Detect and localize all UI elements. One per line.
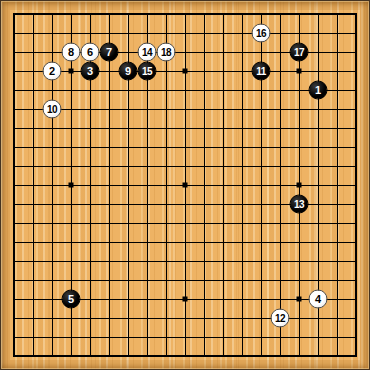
grid-cell[interactable] <box>34 186 53 205</box>
grid-cell[interactable] <box>338 15 355 34</box>
move-number: 2 <box>49 66 55 77</box>
stone-white-12: 12 <box>271 309 290 328</box>
grid-cell[interactable] <box>262 338 281 355</box>
move-number: 16 <box>256 28 266 38</box>
grid-cell[interactable] <box>319 224 338 243</box>
grid-cell[interactable] <box>243 243 262 262</box>
grid-cell[interactable] <box>281 72 300 91</box>
grid-cell[interactable] <box>243 129 262 148</box>
grid-cell[interactable] <box>34 205 53 224</box>
grid-cell[interactable] <box>243 300 262 319</box>
grid-cell[interactable] <box>186 338 205 355</box>
star-point <box>183 69 188 74</box>
grid-cell[interactable] <box>224 262 243 281</box>
grid-cell[interactable] <box>167 110 186 129</box>
grid-cell[interactable] <box>205 300 224 319</box>
grid-cell[interactable] <box>319 53 338 72</box>
grid-cell[interactable] <box>34 224 53 243</box>
grid-cell[interactable] <box>15 224 34 243</box>
grid-cell[interactable] <box>224 224 243 243</box>
grid-cell[interactable] <box>15 15 34 34</box>
grid-cell[interactable] <box>186 281 205 300</box>
grid-cell[interactable] <box>15 186 34 205</box>
grid-cell[interactable] <box>205 186 224 205</box>
grid-cell[interactable] <box>262 91 281 110</box>
grid-cell[interactable] <box>91 91 110 110</box>
grid-cell[interactable] <box>110 110 129 129</box>
grid-cell[interactable] <box>262 129 281 148</box>
grid-cell[interactable] <box>186 34 205 53</box>
grid-cell[interactable] <box>224 72 243 91</box>
grid-cell[interactable] <box>167 224 186 243</box>
grid-cell[interactable] <box>205 53 224 72</box>
grid-cell[interactable] <box>34 167 53 186</box>
grid-cell[interactable] <box>72 224 91 243</box>
grid-cell[interactable] <box>243 262 262 281</box>
grid-cell[interactable] <box>243 186 262 205</box>
grid-cell[interactable] <box>224 338 243 355</box>
grid-cell[interactable] <box>129 281 148 300</box>
grid-cell[interactable] <box>53 205 72 224</box>
stone-white-2: 2 <box>43 62 62 81</box>
grid-cell[interactable] <box>186 53 205 72</box>
grid-cell[interactable] <box>300 15 319 34</box>
grid-cell[interactable] <box>338 243 355 262</box>
stone-black-9: 9 <box>119 62 138 81</box>
grid-cell[interactable] <box>338 224 355 243</box>
grid-cell[interactable] <box>262 262 281 281</box>
grid-cell[interactable] <box>148 224 167 243</box>
grid-cell[interactable] <box>15 300 34 319</box>
grid-cell[interactable] <box>72 15 91 34</box>
grid-cell[interactable] <box>186 243 205 262</box>
grid-cell[interactable] <box>91 15 110 34</box>
grid-cell[interactable] <box>110 15 129 34</box>
grid-cell[interactable] <box>262 281 281 300</box>
grid-cell[interactable] <box>15 34 34 53</box>
grid-cell[interactable] <box>148 129 167 148</box>
grid-cell[interactable] <box>319 110 338 129</box>
grid-cell[interactable] <box>186 148 205 167</box>
grid-cell[interactable] <box>110 91 129 110</box>
grid-cell[interactable] <box>224 281 243 300</box>
grid-cell[interactable] <box>72 205 91 224</box>
grid-cell[interactable] <box>110 300 129 319</box>
grid-cell[interactable] <box>338 53 355 72</box>
grid-cell[interactable] <box>338 262 355 281</box>
grid-cell[interactable] <box>72 262 91 281</box>
move-number: 15 <box>142 66 152 76</box>
move-number: 4 <box>315 294 321 305</box>
grid-cell[interactable] <box>110 167 129 186</box>
grid-cell[interactable] <box>186 167 205 186</box>
grid-cell[interactable] <box>319 15 338 34</box>
grid-cell[interactable] <box>281 129 300 148</box>
grid-cell[interactable] <box>319 167 338 186</box>
star-point <box>297 183 302 188</box>
grid-cell[interactable] <box>167 129 186 148</box>
grid-cell[interactable] <box>300 167 319 186</box>
grid-cell[interactable] <box>15 338 34 355</box>
grid-cell[interactable] <box>281 338 300 355</box>
grid-cell[interactable] <box>34 262 53 281</box>
grid-cell[interactable] <box>34 15 53 34</box>
grid-cell[interactable] <box>262 186 281 205</box>
grid-cell[interactable] <box>129 186 148 205</box>
grid-cell[interactable] <box>53 186 72 205</box>
grid-cell[interactable] <box>224 34 243 53</box>
grid-cell[interactable] <box>338 148 355 167</box>
grid-cell[interactable] <box>148 148 167 167</box>
grid-cell[interactable] <box>53 224 72 243</box>
grid-cell[interactable] <box>129 91 148 110</box>
stone-white-10: 10 <box>43 100 62 119</box>
grid-cell[interactable] <box>91 129 110 148</box>
grid-cell[interactable] <box>167 338 186 355</box>
grid-cell[interactable] <box>129 262 148 281</box>
grid-cell[interactable] <box>224 243 243 262</box>
grid-cell[interactable] <box>91 319 110 338</box>
grid-cell[interactable] <box>319 129 338 148</box>
grid-cell[interactable] <box>205 91 224 110</box>
grid-cell[interactable] <box>167 186 186 205</box>
grid-cell[interactable] <box>205 205 224 224</box>
grid-cell[interactable] <box>53 148 72 167</box>
grid-cell[interactable] <box>205 167 224 186</box>
star-point <box>69 69 74 74</box>
grid-cell[interactable] <box>186 91 205 110</box>
grid-cell[interactable] <box>319 186 338 205</box>
grid-cell[interactable] <box>262 224 281 243</box>
stone-black-17: 17 <box>290 43 309 62</box>
grid-cell[interactable] <box>205 224 224 243</box>
grid-cell[interactable] <box>148 243 167 262</box>
grid-cell[interactable] <box>15 91 34 110</box>
grid-cell[interactable] <box>338 34 355 53</box>
grid-cell[interactable] <box>148 167 167 186</box>
grid-cell[interactable] <box>281 224 300 243</box>
grid-cell[interactable] <box>338 319 355 338</box>
grid-cell[interactable] <box>205 338 224 355</box>
grid-cell[interactable] <box>148 186 167 205</box>
stone-white-4: 4 <box>309 290 328 309</box>
grid-cell[interactable] <box>281 243 300 262</box>
grid-cell[interactable] <box>34 129 53 148</box>
grid-cell[interactable] <box>53 262 72 281</box>
grid-cell[interactable] <box>319 205 338 224</box>
grid-cell[interactable] <box>34 148 53 167</box>
grid-cell[interactable] <box>15 129 34 148</box>
grid-cell[interactable] <box>281 262 300 281</box>
grid-cell[interactable] <box>205 243 224 262</box>
move-number: 11 <box>256 66 265 76</box>
grid-cell[interactable] <box>53 319 72 338</box>
star-point <box>297 297 302 302</box>
grid-cell[interactable] <box>15 205 34 224</box>
grid-cell[interactable] <box>300 319 319 338</box>
stone-black-3: 3 <box>81 62 100 81</box>
grid-cell[interactable] <box>72 91 91 110</box>
grid-cell[interactable] <box>167 243 186 262</box>
grid-cell[interactable] <box>205 34 224 53</box>
grid-cell[interactable] <box>72 338 91 355</box>
grid-cell[interactable] <box>72 243 91 262</box>
grid-cell[interactable] <box>224 110 243 129</box>
grid-cell[interactable] <box>91 148 110 167</box>
grid-cell[interactable] <box>205 72 224 91</box>
grid-cell[interactable] <box>72 167 91 186</box>
grid-cell[interactable] <box>262 167 281 186</box>
grid-cell[interactable] <box>205 281 224 300</box>
grid-cell[interactable] <box>300 243 319 262</box>
grid-cell[interactable] <box>338 72 355 91</box>
star-point <box>183 183 188 188</box>
move-number: 1 <box>315 85 321 96</box>
move-number: 13 <box>294 199 304 209</box>
stone-black-13: 13 <box>290 195 309 214</box>
grid-cell[interactable] <box>72 110 91 129</box>
grid-cell[interactable] <box>205 110 224 129</box>
grid-cell[interactable] <box>91 281 110 300</box>
grid-cell[interactable] <box>129 167 148 186</box>
grid-cell[interactable] <box>91 262 110 281</box>
grid-cell[interactable] <box>186 186 205 205</box>
grid-cell[interactable] <box>129 148 148 167</box>
grid-cell[interactable] <box>186 319 205 338</box>
grid-cell[interactable] <box>34 319 53 338</box>
grid-cell[interactable] <box>91 338 110 355</box>
grid-cell[interactable] <box>110 243 129 262</box>
grid-cell[interactable] <box>15 262 34 281</box>
move-number: 17 <box>294 47 304 57</box>
grid-cell[interactable] <box>15 319 34 338</box>
grid-cell[interactable] <box>148 205 167 224</box>
grid-cell[interactable] <box>224 129 243 148</box>
grid-cell[interactable] <box>72 148 91 167</box>
grid-cell[interactable] <box>224 300 243 319</box>
grid-cell[interactable] <box>243 110 262 129</box>
grid-cell[interactable] <box>243 205 262 224</box>
grid-cell[interactable] <box>224 91 243 110</box>
grid-cell[interactable] <box>319 319 338 338</box>
grid-cell[interactable] <box>34 300 53 319</box>
grid-cell[interactable] <box>300 110 319 129</box>
grid-cell[interactable] <box>91 205 110 224</box>
star-point <box>69 183 74 188</box>
grid-cell[interactable] <box>110 338 129 355</box>
move-number: 3 <box>87 66 93 77</box>
grid-cell[interactable] <box>110 186 129 205</box>
grid-cell[interactable] <box>53 338 72 355</box>
grid-cell[interactable] <box>167 262 186 281</box>
grid-cell[interactable] <box>15 281 34 300</box>
grid-cell[interactable] <box>205 262 224 281</box>
grid-cell[interactable] <box>338 110 355 129</box>
grid-cell[interactable] <box>15 148 34 167</box>
stone-black-15: 15 <box>138 62 157 81</box>
grid-cell[interactable] <box>186 205 205 224</box>
grid-cell[interactable] <box>281 15 300 34</box>
grid-cell[interactable] <box>148 110 167 129</box>
grid-cell[interactable] <box>224 148 243 167</box>
grid-cell[interactable] <box>167 205 186 224</box>
grid-cell[interactable] <box>243 167 262 186</box>
grid-cell[interactable] <box>110 205 129 224</box>
move-number: 8 <box>68 47 74 58</box>
grid-cell[interactable] <box>186 15 205 34</box>
grid-cell[interactable] <box>224 186 243 205</box>
grid-cell[interactable] <box>34 281 53 300</box>
grid-cell[interactable] <box>262 148 281 167</box>
grid-cell[interactable] <box>243 319 262 338</box>
grid-cell[interactable] <box>243 91 262 110</box>
grid-cell[interactable] <box>129 300 148 319</box>
grid-cell[interactable] <box>91 224 110 243</box>
grid-cell[interactable] <box>300 338 319 355</box>
grid-cell[interactable] <box>129 110 148 129</box>
grid-cell[interactable] <box>148 262 167 281</box>
grid-cell[interactable] <box>34 338 53 355</box>
grid-cell[interactable] <box>205 15 224 34</box>
grid-cell[interactable] <box>91 110 110 129</box>
grid-cell[interactable] <box>34 243 53 262</box>
grid-cell[interactable] <box>224 205 243 224</box>
grid-cell[interactable] <box>129 15 148 34</box>
grid-cell[interactable] <box>262 205 281 224</box>
grid-cell[interactable] <box>72 129 91 148</box>
stone-black-5: 5 <box>62 290 81 309</box>
grid-cell[interactable] <box>224 53 243 72</box>
grid-cell[interactable] <box>186 262 205 281</box>
grid-cell[interactable] <box>148 91 167 110</box>
grid-cell[interactable] <box>110 281 129 300</box>
grid-cell[interactable] <box>300 262 319 281</box>
grid-cell[interactable] <box>110 148 129 167</box>
move-number: 7 <box>106 47 112 58</box>
move-number: 18 <box>161 47 171 57</box>
grid-cell[interactable] <box>319 148 338 167</box>
grid-cell[interactable] <box>243 148 262 167</box>
grid-cell[interactable] <box>319 34 338 53</box>
grid-cell[interactable] <box>338 129 355 148</box>
stone-white-6: 6 <box>81 43 100 62</box>
grid-cell[interactable] <box>148 281 167 300</box>
grid-cell[interactable] <box>91 300 110 319</box>
grid-cell[interactable] <box>167 15 186 34</box>
grid-cell[interactable] <box>281 91 300 110</box>
grid-cell[interactable] <box>129 338 148 355</box>
stone-white-18: 18 <box>157 43 176 62</box>
grid-cell[interactable] <box>148 300 167 319</box>
move-number: 9 <box>125 66 131 77</box>
grid-cell[interactable] <box>148 338 167 355</box>
grid-cell[interactable] <box>15 167 34 186</box>
grid-cell[interactable] <box>53 243 72 262</box>
grid-cell[interactable] <box>53 129 72 148</box>
grid-cell[interactable] <box>319 262 338 281</box>
grid-cell[interactable] <box>338 300 355 319</box>
grid-cell[interactable] <box>34 34 53 53</box>
grid-cell[interactable] <box>224 15 243 34</box>
move-number: 12 <box>275 313 285 323</box>
grid-cell[interactable] <box>167 300 186 319</box>
grid-cell[interactable] <box>338 186 355 205</box>
grid-cell[interactable] <box>205 129 224 148</box>
grid-cell[interactable] <box>110 224 129 243</box>
grid-cell[interactable] <box>15 110 34 129</box>
grid-cell[interactable] <box>110 129 129 148</box>
grid-cell[interactable] <box>129 243 148 262</box>
grid-cell[interactable] <box>148 319 167 338</box>
grid-cell[interactable] <box>319 338 338 355</box>
move-number: 14 <box>142 47 152 57</box>
grid-cell[interactable] <box>338 91 355 110</box>
grid-cell[interactable] <box>338 167 355 186</box>
grid-cell[interactable] <box>15 243 34 262</box>
star-point <box>297 69 302 74</box>
grid-cell[interactable] <box>243 281 262 300</box>
grid-cell[interactable] <box>205 148 224 167</box>
grid-cell[interactable] <box>129 205 148 224</box>
grid-cell[interactable] <box>15 53 34 72</box>
grid-cell[interactable] <box>110 319 129 338</box>
move-number: 6 <box>87 47 93 58</box>
grid-cell[interactable] <box>281 148 300 167</box>
grid-cell[interactable] <box>91 243 110 262</box>
grid-cell[interactable] <box>281 110 300 129</box>
grid-cell[interactable] <box>262 243 281 262</box>
stone-black-11: 11 <box>252 62 271 81</box>
grid-cell[interactable] <box>167 148 186 167</box>
grid-cell[interactable] <box>15 72 34 91</box>
grid-cell[interactable] <box>338 205 355 224</box>
move-number: 10 <box>47 104 57 114</box>
grid-cell[interactable] <box>338 281 355 300</box>
grid-cell[interactable] <box>167 319 186 338</box>
grid-cell[interactable] <box>243 224 262 243</box>
grid-cell[interactable] <box>91 167 110 186</box>
grid-cell[interactable] <box>300 148 319 167</box>
grid-cell[interactable] <box>129 129 148 148</box>
grid-cell[interactable] <box>53 15 72 34</box>
grid-cell[interactable] <box>91 186 110 205</box>
grid-cell[interactable] <box>224 319 243 338</box>
grid-cell[interactable] <box>110 262 129 281</box>
grid-cell[interactable] <box>262 110 281 129</box>
grid-cell[interactable] <box>300 129 319 148</box>
grid-cell[interactable] <box>72 319 91 338</box>
grid-cell[interactable] <box>72 186 91 205</box>
stone-black-7: 7 <box>100 43 119 62</box>
grid-cell[interactable] <box>186 300 205 319</box>
grid-cell[interactable] <box>129 319 148 338</box>
grid-cell[interactable] <box>167 72 186 91</box>
grid-cell[interactable] <box>186 110 205 129</box>
grid-cell[interactable] <box>167 91 186 110</box>
grid-cell[interactable] <box>300 224 319 243</box>
stone-black-1: 1 <box>309 81 328 100</box>
grid-cell[interactable] <box>186 224 205 243</box>
grid-cell[interactable] <box>338 338 355 355</box>
grid-cell[interactable] <box>319 243 338 262</box>
grid-cell[interactable] <box>243 338 262 355</box>
grid-cell[interactable] <box>205 319 224 338</box>
grid-cell[interactable] <box>148 15 167 34</box>
grid-cell[interactable] <box>224 167 243 186</box>
grid-cell[interactable] <box>186 129 205 148</box>
grid-cell[interactable] <box>129 224 148 243</box>
grid-cell[interactable] <box>186 72 205 91</box>
